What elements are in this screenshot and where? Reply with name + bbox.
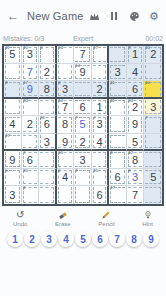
cell-r7c3[interactable]: [39, 151, 57, 169]
pencil-icon: [101, 210, 111, 220]
given-digit: 2: [74, 134, 91, 150]
cage-sum-label: 11: [110, 81, 115, 85]
numpad-3[interactable]: 3: [41, 231, 57, 247]
cell-r2c8[interactable]: 4: [127, 64, 145, 82]
cage-sum-label: 24: [128, 99, 133, 103]
cell-r5c6[interactable]: 73: [92, 116, 110, 134]
numpad-7[interactable]: 7: [109, 231, 125, 247]
cell-r2c9[interactable]: [144, 64, 162, 82]
cell-r1c5[interactable]: 7: [74, 46, 92, 64]
toolbar: ↺ Undo Erase Pencil: [0, 206, 166, 227]
page-title: New Game: [27, 10, 84, 22]
cell-r4c9[interactable]: 3: [144, 99, 162, 117]
given-digit: 4: [92, 134, 108, 150]
cell-r8c8[interactable]: 83: [127, 169, 145, 187]
cell-r8c3[interactable]: [39, 169, 57, 187]
erase-label: Erase: [55, 221, 71, 227]
given-digit: 8: [57, 116, 74, 133]
cage-sum-label: 15: [58, 151, 63, 155]
cell-r6c2[interactable]: [22, 134, 40, 152]
given-digit: 6: [92, 186, 108, 204]
cell-r1c8[interactable]: 81: [127, 46, 145, 64]
cell-r3c1[interactable]: 9: [4, 81, 22, 99]
cage-sum-label: 26: [40, 116, 45, 120]
given-digit: 5: [144, 169, 162, 186]
number-pad: 123456789: [0, 231, 166, 247]
cell-r7c5[interactable]: 3: [74, 151, 92, 169]
eraser-icon: [58, 210, 68, 220]
cell-r7c4[interactable]: 15: [57, 151, 75, 169]
user-digit: 7: [22, 64, 39, 81]
cage-sum-label: 7: [23, 151, 25, 155]
undo-button[interactable]: ↺ Undo: [13, 210, 27, 227]
cell-r2c5[interactable]: 149: [74, 64, 92, 82]
cage-sum-label: 6: [40, 46, 42, 50]
pencil-label: Pencil: [98, 221, 114, 227]
cell-r1c9[interactable]: 102: [144, 46, 162, 64]
given-digit: 7: [74, 46, 91, 63]
lightbulb-icon: [143, 210, 153, 220]
given-digit: 6: [109, 169, 126, 186]
cell-r6c5[interactable]: 2: [74, 134, 92, 152]
cage-sum-label: 17: [23, 81, 28, 85]
board: 1151036147178110272149349179893211610201…: [2, 44, 164, 206]
cell-r4c8[interactable]: 242: [127, 99, 145, 117]
cage-sum-label: 7: [145, 116, 147, 120]
given-digit: 6: [74, 99, 91, 116]
palette-icon[interactable]: [128, 10, 140, 22]
cage-sum-label: 11: [110, 99, 115, 103]
given-digit: 9: [4, 151, 21, 168]
cell-r5c1[interactable]: 4: [4, 116, 22, 134]
cage-sum-label: 14: [58, 99, 63, 103]
cell-r9c2[interactable]: 9: [22, 186, 40, 204]
given-digit: 2: [22, 116, 39, 133]
cage-sum-label: 17: [110, 186, 115, 190]
given-digit: 7: [127, 186, 144, 204]
numpad-8[interactable]: 8: [126, 231, 142, 247]
timer-label: 00:02: [110, 35, 163, 42]
cage-sum-label: 9: [5, 81, 7, 85]
status-bar: Mistakes: 0/3 Expert 00:02: [0, 32, 166, 44]
cell-r1c3[interactable]: 6: [39, 46, 57, 64]
cell-r7c1[interactable]: 9: [4, 151, 22, 169]
cell-r8c7[interactable]: 6: [109, 169, 127, 187]
cage-sum-label: 5: [5, 169, 7, 173]
cell-r7c7[interactable]: 8: [109, 151, 127, 169]
given-digit: 3: [144, 99, 162, 116]
cell-r2c1[interactable]: [4, 64, 22, 82]
cell-r8c1[interactable]: 5: [4, 169, 22, 187]
cell-r7c8[interactable]: 128: [127, 151, 145, 169]
given-digit: 3: [74, 151, 91, 168]
cell-r4c1[interactable]: [4, 99, 22, 117]
cell-r1c7[interactable]: [109, 46, 127, 64]
cell-r2c4[interactable]: [57, 64, 75, 82]
appbar-icon-group: ⚙: [88, 10, 160, 22]
cell-r3c3[interactable]: 8: [39, 81, 57, 99]
cell-r3c7[interactable]: 11: [109, 81, 127, 99]
app-bar: ← New Game ⚙: [0, 0, 166, 32]
cell-r9c9[interactable]: [144, 186, 162, 204]
cell-r6c1[interactable]: 17: [4, 134, 22, 152]
cell-r8c9[interactable]: 5: [144, 169, 162, 187]
cell-r5c9[interactable]: 7: [144, 116, 162, 134]
cage-sum-label: 8: [128, 169, 130, 173]
cage-sum-label: 6: [58, 169, 60, 173]
numpad-2[interactable]: 2: [24, 231, 40, 247]
given-digit: 4: [4, 116, 21, 133]
cage-sum-label: 9: [23, 186, 25, 190]
cell-r5c8[interactable]: 9: [127, 116, 145, 134]
hint-button[interactable]: Hint: [142, 210, 153, 227]
cell-r2c3[interactable]: 2: [39, 64, 57, 82]
cell-r1c2[interactable]: 103: [22, 46, 40, 64]
cage-sum-label: 14: [58, 46, 63, 50]
cage-sum-label: 8: [128, 46, 130, 50]
cell-r8c6[interactable]: 15: [92, 169, 110, 187]
cage-sum-label: 10: [23, 46, 28, 50]
cell-r2c2[interactable]: 7: [22, 64, 40, 82]
cage-sum-label: 7: [93, 116, 95, 120]
cell-r8c4[interactable]: 64: [57, 169, 75, 187]
cage-sum-label: 11: [5, 46, 10, 50]
cell-r2c6[interactable]: [92, 64, 110, 82]
given-digit: 2: [39, 64, 55, 81]
pause-icon[interactable]: [108, 10, 120, 22]
cell-r9c1[interactable]: 3: [4, 186, 22, 204]
cell-r7c6[interactable]: [92, 151, 110, 169]
cage-sum-label: 12: [128, 151, 133, 155]
cell-r8c5[interactable]: 9: [74, 169, 92, 187]
cell-r3c4[interactable]: 93: [57, 81, 75, 99]
cage-sum-label: 17: [5, 134, 10, 138]
cell-r5c2[interactable]: 2: [22, 116, 40, 134]
undo-icon: ↺: [16, 210, 24, 220]
cell-r3c6[interactable]: 2: [92, 81, 110, 99]
cage-sum-label: 20: [23, 99, 28, 103]
undo-label: Undo: [13, 221, 27, 227]
mistakes-label: Mistakes: 0/3: [3, 35, 56, 42]
cell-r5c4[interactable]: 8: [57, 116, 75, 134]
cell-r9c8[interactable]: 7: [127, 186, 145, 204]
cage-sum-label: 10: [145, 81, 150, 85]
given-digit: 3: [39, 134, 55, 150]
numpad-1[interactable]: 1: [7, 231, 23, 247]
erase-button[interactable]: Erase: [55, 210, 71, 227]
cage-sum-label: 7: [75, 116, 77, 120]
cage-sum-label: 15: [93, 169, 98, 173]
numpad-9[interactable]: 9: [143, 231, 159, 247]
cell-r1c4[interactable]: 14: [57, 46, 75, 64]
given-digit: 1: [92, 99, 108, 116]
cage-sum-label: 8: [110, 151, 112, 155]
cell-r5c5[interactable]: 75: [74, 116, 92, 134]
cell-r3c5[interactable]: [74, 81, 92, 99]
cell-r4c3[interactable]: [39, 99, 57, 117]
cage-sum-label: 17: [93, 46, 98, 50]
cell-r9c3[interactable]: [39, 186, 57, 204]
cell-r6c7[interactable]: [109, 134, 127, 152]
cage-sum-label: 15: [23, 169, 28, 173]
cell-r9c4[interactable]: [57, 186, 75, 204]
cell-r4c4[interactable]: 147: [57, 99, 75, 117]
cell-r6c8[interactable]: 5: [127, 134, 145, 152]
cell-r4c7[interactable]: 11: [109, 99, 127, 117]
cell-r4c2[interactable]: 20: [22, 99, 40, 117]
cell-r8c2[interactable]: 15: [22, 169, 40, 187]
cage-sum-label: 9: [58, 81, 60, 85]
gear-icon[interactable]: ⚙: [148, 10, 160, 22]
pencil-button[interactable]: Pencil: [98, 210, 114, 227]
given-digit: 9: [57, 134, 74, 150]
cell-r9c5[interactable]: [74, 186, 92, 204]
cage-sum-label: 14: [75, 64, 80, 68]
given-digit: 2: [92, 81, 108, 97]
given-digit: 3: [109, 64, 126, 81]
given-digit: 9: [127, 116, 144, 133]
cell-r1c6[interactable]: 17: [92, 46, 110, 64]
numpad-6[interactable]: 6: [92, 231, 108, 247]
given-digit: 6: [127, 81, 144, 97]
cell-r6c6[interactable]: 4: [92, 134, 110, 152]
given-digit: 8: [39, 81, 55, 97]
cell-r4c6[interactable]: 1: [92, 99, 110, 117]
cell-r2c7[interactable]: 3: [109, 64, 127, 82]
cell-r3c8[interactable]: 6: [127, 81, 145, 99]
numpad-5[interactable]: 5: [75, 231, 91, 247]
numpad-4[interactable]: 4: [58, 231, 74, 247]
given-digit: 4: [127, 64, 144, 81]
cell-r7c2[interactable]: 76: [22, 151, 40, 169]
cell-r3c9[interactable]: 10: [144, 81, 162, 99]
cell-r5c3[interactable]: 266: [39, 116, 57, 134]
cell-r4c5[interactable]: 6: [74, 99, 92, 117]
cell-r6c4[interactable]: 9: [57, 134, 75, 152]
crown-icon[interactable]: [88, 10, 100, 22]
cell-r6c3[interactable]: 3: [39, 134, 57, 152]
given-digit: 5: [127, 134, 144, 150]
cell-r9c7[interactable]: 17: [109, 186, 127, 204]
cell-r5c7[interactable]: [109, 116, 127, 134]
difficulty-label: Expert: [56, 35, 109, 42]
cell-r9c6[interactable]: 6: [92, 186, 110, 204]
back-arrow-icon[interactable]: ←: [7, 10, 19, 22]
cell-r6c9[interactable]: [144, 134, 162, 152]
cell-r1c1[interactable]: 115: [4, 46, 22, 64]
given-digit: 3: [4, 186, 21, 204]
cage-sum-label: 9: [75, 169, 77, 173]
cage-sum-label: 10: [145, 46, 150, 50]
cell-r3c2[interactable]: 179: [22, 81, 40, 99]
hint-label: Hint: [142, 221, 153, 227]
cell-r7c9[interactable]: [144, 151, 162, 169]
